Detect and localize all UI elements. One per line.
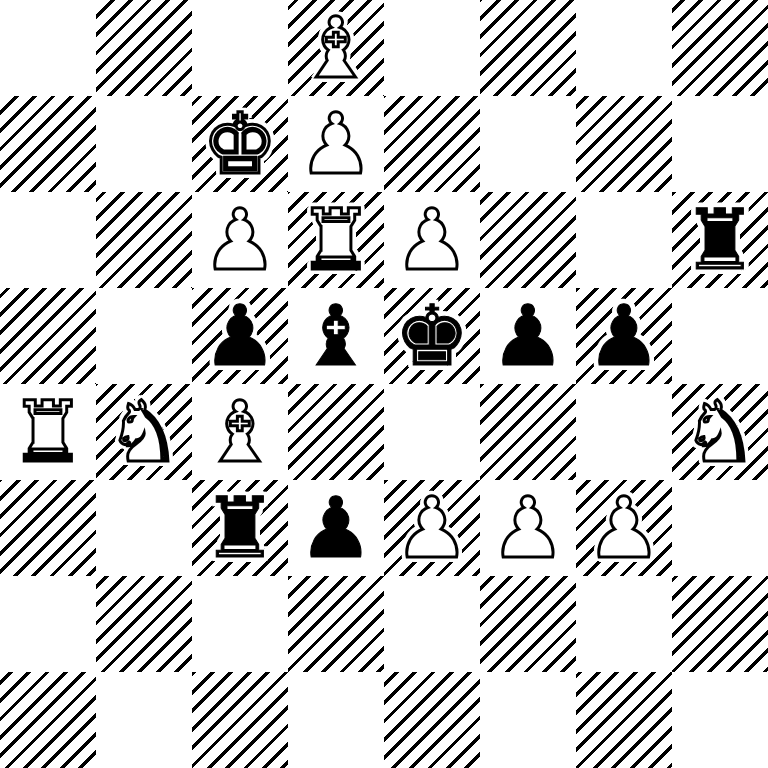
square-g4[interactable] — [576, 384, 672, 480]
square-e6[interactable]: ♟ — [384, 192, 480, 288]
square-a8[interactable] — [0, 0, 96, 96]
square-h5[interactable] — [672, 288, 768, 384]
square-c8[interactable] — [192, 0, 288, 96]
square-a1[interactable] — [0, 672, 96, 768]
square-e2[interactable] — [384, 576, 480, 672]
square-g8[interactable] — [576, 0, 672, 96]
square-e8[interactable] — [384, 0, 480, 96]
piece-black-bishop-d5[interactable]: ♝ — [298, 288, 373, 384]
square-f3[interactable]: ♟ — [480, 480, 576, 576]
square-e4[interactable] — [384, 384, 480, 480]
square-d4[interactable] — [288, 384, 384, 480]
piece-black-king-e5[interactable]: ♚ — [394, 288, 469, 384]
square-g2[interactable] — [576, 576, 672, 672]
piece-white-rook-d6[interactable]: ♜ — [298, 192, 373, 288]
piece-white-bishop-d8[interactable]: ♝ — [298, 0, 373, 96]
square-h6[interactable]: ♜ — [672, 192, 768, 288]
square-b1[interactable] — [96, 672, 192, 768]
square-f5[interactable]: ♟ — [480, 288, 576, 384]
piece-white-pawn-c6[interactable]: ♟ — [202, 192, 277, 288]
square-a4[interactable]: ♜ — [0, 384, 96, 480]
square-a5[interactable] — [0, 288, 96, 384]
piece-white-pawn-f3[interactable]: ♟ — [490, 480, 565, 576]
square-g6[interactable] — [576, 192, 672, 288]
chess-board: ♝♚♟♟♜♟♜♟♝♚♟♟♜♞♝♞♜♟♟♟♟ — [0, 0, 768, 768]
square-d7[interactable]: ♟ — [288, 96, 384, 192]
square-d6[interactable]: ♜ — [288, 192, 384, 288]
square-c5[interactable]: ♟ — [192, 288, 288, 384]
square-b6[interactable] — [96, 192, 192, 288]
square-g3[interactable]: ♟ — [576, 480, 672, 576]
square-h8[interactable] — [672, 0, 768, 96]
piece-black-pawn-g5[interactable]: ♟ — [586, 288, 661, 384]
piece-white-rook-a4[interactable]: ♜ — [10, 384, 85, 480]
piece-white-pawn-g3[interactable]: ♟ — [586, 480, 661, 576]
square-d2[interactable] — [288, 576, 384, 672]
square-b4[interactable]: ♞ — [96, 384, 192, 480]
square-c2[interactable] — [192, 576, 288, 672]
piece-white-pawn-e6[interactable]: ♟ — [394, 192, 469, 288]
square-b2[interactable] — [96, 576, 192, 672]
square-a6[interactable] — [0, 192, 96, 288]
square-g1[interactable] — [576, 672, 672, 768]
piece-black-pawn-d3[interactable]: ♟ — [298, 480, 373, 576]
square-h2[interactable] — [672, 576, 768, 672]
piece-white-bishop-c4[interactable]: ♝ — [202, 384, 277, 480]
square-f8[interactable] — [480, 0, 576, 96]
square-f2[interactable] — [480, 576, 576, 672]
square-e5[interactable]: ♚ — [384, 288, 480, 384]
square-b5[interactable] — [96, 288, 192, 384]
piece-white-knight-b4[interactable]: ♞ — [106, 384, 181, 480]
piece-black-rook-h6[interactable]: ♜ — [682, 192, 757, 288]
square-e1[interactable] — [384, 672, 480, 768]
square-f6[interactable] — [480, 192, 576, 288]
square-h4[interactable]: ♞ — [672, 384, 768, 480]
square-e3[interactable]: ♟ — [384, 480, 480, 576]
square-g7[interactable] — [576, 96, 672, 192]
piece-black-rook-c3[interactable]: ♜ — [202, 480, 277, 576]
square-f1[interactable] — [480, 672, 576, 768]
square-d8[interactable]: ♝ — [288, 0, 384, 96]
square-e7[interactable] — [384, 96, 480, 192]
square-c1[interactable] — [192, 672, 288, 768]
piece-white-king-c7[interactable]: ♚ — [202, 96, 277, 192]
square-c6[interactable]: ♟ — [192, 192, 288, 288]
square-h3[interactable] — [672, 480, 768, 576]
square-c3[interactable]: ♜ — [192, 480, 288, 576]
piece-black-pawn-c5[interactable]: ♟ — [202, 288, 277, 384]
square-g5[interactable]: ♟ — [576, 288, 672, 384]
square-a7[interactable] — [0, 96, 96, 192]
square-h7[interactable] — [672, 96, 768, 192]
square-d3[interactable]: ♟ — [288, 480, 384, 576]
square-b7[interactable] — [96, 96, 192, 192]
square-f4[interactable] — [480, 384, 576, 480]
square-d1[interactable] — [288, 672, 384, 768]
square-b3[interactable] — [96, 480, 192, 576]
piece-black-pawn-f5[interactable]: ♟ — [490, 288, 565, 384]
square-h1[interactable] — [672, 672, 768, 768]
piece-white-pawn-d7[interactable]: ♟ — [298, 96, 373, 192]
square-a2[interactable] — [0, 576, 96, 672]
square-b8[interactable] — [96, 0, 192, 96]
square-c7[interactable]: ♚ — [192, 96, 288, 192]
square-c4[interactable]: ♝ — [192, 384, 288, 480]
piece-white-knight-h4[interactable]: ♞ — [682, 384, 757, 480]
piece-white-pawn-e3[interactable]: ♟ — [394, 480, 469, 576]
square-a3[interactable] — [0, 480, 96, 576]
square-f7[interactable] — [480, 96, 576, 192]
square-d5[interactable]: ♝ — [288, 288, 384, 384]
